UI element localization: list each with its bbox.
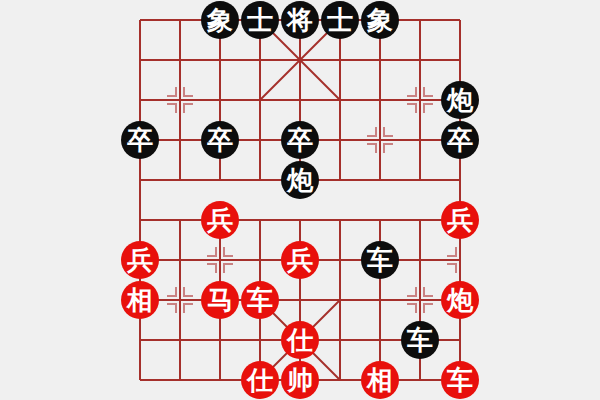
piece-red-elephant[interactable]: 相 xyxy=(361,361,399,399)
piece-red-elephant[interactable]: 相 xyxy=(121,281,159,319)
piece-red-cannon[interactable]: 炮 xyxy=(441,281,479,319)
piece-red-advisor[interactable]: 仕 xyxy=(241,361,279,399)
piece-black-advisor[interactable]: 士 xyxy=(241,1,279,39)
piece-red-soldier[interactable]: 兵 xyxy=(281,241,319,279)
piece-red-chariot[interactable]: 车 xyxy=(241,281,279,319)
piece-black-elephant[interactable]: 象 xyxy=(201,1,239,39)
piece-black-chariot[interactable]: 车 xyxy=(361,241,399,279)
piece-red-general[interactable]: 帅 xyxy=(281,361,319,399)
piece-black-soldier[interactable]: 卒 xyxy=(121,121,159,159)
piece-red-horse[interactable]: 马 xyxy=(201,281,239,319)
piece-red-advisor[interactable]: 仕 xyxy=(281,321,319,359)
pieces-layer: 象士将士象炮卒卒卒卒炮车车兵兵兵兵相马车炮仕仕帅相车 xyxy=(120,0,480,400)
piece-red-chariot[interactable]: 车 xyxy=(441,361,479,399)
piece-black-soldier[interactable]: 卒 xyxy=(281,121,319,159)
piece-black-general[interactable]: 将 xyxy=(281,1,319,39)
piece-black-elephant[interactable]: 象 xyxy=(361,1,399,39)
piece-black-soldier[interactable]: 卒 xyxy=(201,121,239,159)
piece-black-advisor[interactable]: 士 xyxy=(321,1,359,39)
piece-black-cannon[interactable]: 炮 xyxy=(281,161,319,199)
piece-red-soldier[interactable]: 兵 xyxy=(121,241,159,279)
piece-red-soldier[interactable]: 兵 xyxy=(441,201,479,239)
xiangqi-app: 象士将士象炮卒卒卒卒炮车车兵兵兵兵相马车炮仕仕帅相车 xyxy=(0,0,600,400)
piece-black-soldier[interactable]: 卒 xyxy=(441,121,479,159)
piece-red-soldier[interactable]: 兵 xyxy=(201,201,239,239)
piece-black-chariot[interactable]: 车 xyxy=(401,321,439,359)
piece-black-cannon[interactable]: 炮 xyxy=(441,81,479,119)
